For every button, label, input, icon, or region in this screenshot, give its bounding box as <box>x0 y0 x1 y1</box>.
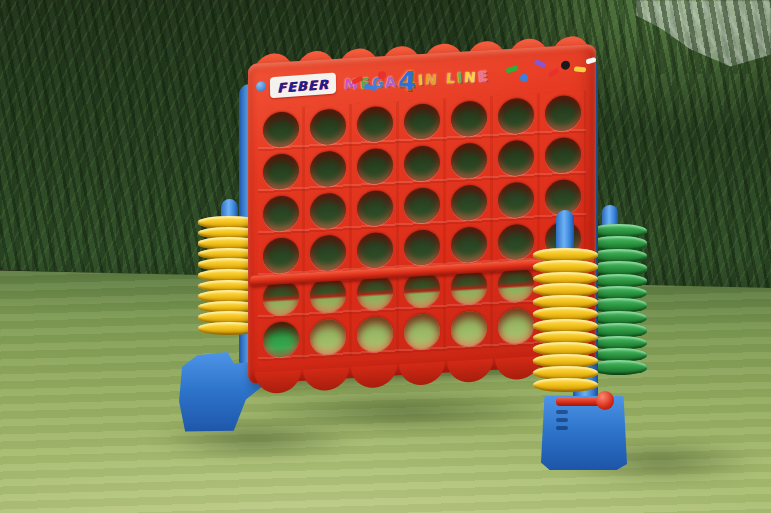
board-hole <box>357 147 393 184</box>
board-hole <box>404 102 440 139</box>
board-cell-r1c6 <box>492 93 539 138</box>
board-cell-r1c3 <box>352 101 399 146</box>
banner-letter: I <box>456 71 462 86</box>
board-hole <box>357 315 393 352</box>
board-hole <box>545 136 581 173</box>
banner-letter: I <box>417 73 423 88</box>
board-hole <box>310 234 346 271</box>
board-hole <box>263 111 299 148</box>
banner-letter: L <box>445 71 455 85</box>
confetti-ball-icon <box>256 81 266 92</box>
board-cell-r3c5 <box>445 180 492 225</box>
board-hole <box>263 153 299 190</box>
board-hole <box>263 321 299 358</box>
board-cell-r2c4 <box>399 141 446 186</box>
board-hole <box>310 192 346 229</box>
board-hole <box>498 223 534 260</box>
left-foot-shadow <box>150 418 360 460</box>
feber-logo-text: FEBER <box>277 77 329 96</box>
feber-logo: FEBER <box>270 72 336 98</box>
board-hole <box>498 181 534 218</box>
board-cell-r3c3 <box>352 185 399 230</box>
board-cell-r3c4 <box>399 183 446 228</box>
board-cell-r2c1 <box>258 149 305 194</box>
board-cell-r1c4 <box>399 99 446 144</box>
board-hole <box>310 150 346 187</box>
board-hole <box>404 186 440 223</box>
board-hole <box>263 195 299 232</box>
board-cell-r4c5 <box>445 222 492 267</box>
garden-scene: FEBER MEGA4INLINE <box>0 0 771 513</box>
board-hole <box>310 108 346 145</box>
board-cell-r6c1 <box>258 317 305 362</box>
banner-letter: 4 <box>397 68 417 94</box>
board-hole <box>357 231 393 268</box>
board-cell-r3c2 <box>305 188 352 233</box>
board-hole <box>357 189 393 226</box>
board-cell-r3c1 <box>258 191 305 236</box>
board-cell-r2c3 <box>352 143 399 188</box>
board-hole <box>451 184 487 221</box>
board-cell-r1c5 <box>445 96 492 141</box>
board-cell-r4c1 <box>258 233 305 278</box>
board-cell-r4c2 <box>305 230 352 275</box>
banner-letter: N <box>464 70 477 84</box>
hedge-foliage-overlay <box>636 0 771 74</box>
board-hole <box>404 144 440 181</box>
board-hole <box>451 142 487 179</box>
release-lever-knob <box>596 391 614 410</box>
board-hole <box>498 139 534 176</box>
yellow-disc <box>533 378 598 392</box>
board-hole <box>263 237 299 274</box>
board-hole <box>451 226 487 263</box>
board-hole <box>310 318 346 355</box>
board-hole <box>451 100 487 137</box>
board-cell-r1c1 <box>258 107 305 152</box>
right-foot <box>541 396 627 470</box>
board-cell-r4c3 <box>352 227 399 272</box>
right-yellow-stack <box>533 250 598 392</box>
banner-letter: A <box>385 74 397 89</box>
board-cell-r2c5 <box>445 138 492 183</box>
board-cell-r4c4 <box>399 225 446 270</box>
banner-letter: N <box>425 72 438 86</box>
board-cell-r2c7 <box>539 133 586 178</box>
board-cell-r3c6 <box>492 177 539 222</box>
board-cell-r6c4 <box>399 309 446 354</box>
board-hole <box>545 94 581 131</box>
board-hole <box>404 228 440 265</box>
board-hole <box>498 97 534 134</box>
board-hole <box>451 310 487 347</box>
board-cell-r6c3 <box>352 311 399 356</box>
board-hole <box>357 105 393 142</box>
board-cell-r1c7 <box>539 91 586 136</box>
board-hole <box>498 307 534 344</box>
board-cell-r2c6 <box>492 135 539 180</box>
board-cell-r6c5 <box>445 306 492 351</box>
board-cell-r2c2 <box>305 146 352 191</box>
board-cell-r1c2 <box>305 104 352 149</box>
banner-letter: E <box>477 69 488 84</box>
right-green-stack <box>590 226 647 375</box>
green-disc <box>590 360 647 374</box>
board-hole <box>404 312 440 349</box>
board-cell-r6c2 <box>305 314 352 359</box>
